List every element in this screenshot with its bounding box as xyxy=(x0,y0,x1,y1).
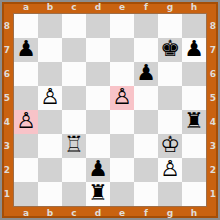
file-labels-top: abcdefgh xyxy=(14,0,206,14)
square-g3[interactable]: ♔ xyxy=(158,134,182,158)
piece-black-pawn[interactable]: ♟ xyxy=(184,38,204,60)
file-label-top-b: b xyxy=(38,0,62,14)
file-labels-bottom: abcdefgh xyxy=(14,206,206,220)
square-d7[interactable] xyxy=(86,38,110,62)
square-h3[interactable] xyxy=(182,134,206,158)
square-e6[interactable] xyxy=(110,62,134,86)
square-e7[interactable] xyxy=(110,38,134,62)
file-label-bottom-h: h xyxy=(182,206,206,220)
rank-label-right-3: 3 xyxy=(206,134,220,158)
square-e4[interactable] xyxy=(110,110,134,134)
square-f7[interactable] xyxy=(134,38,158,62)
square-c1[interactable] xyxy=(62,182,86,206)
rank-label-left-2: 2 xyxy=(0,158,14,182)
file-label-bottom-d: d xyxy=(86,206,110,220)
square-d2[interactable]: ♟ xyxy=(86,158,110,182)
square-c5[interactable] xyxy=(62,86,86,110)
piece-black-pawn[interactable]: ♟ xyxy=(16,38,36,60)
chess-board: ♟♚♟♟♙♙♙♜♖♔♟♙♜ xyxy=(14,14,206,206)
rank-label-right-5: 5 xyxy=(206,86,220,110)
square-h8[interactable] xyxy=(182,14,206,38)
rank-label-right-4: 4 xyxy=(206,110,220,134)
square-a3[interactable] xyxy=(14,134,38,158)
rank-label-left-1: 1 xyxy=(0,182,14,206)
square-c6[interactable] xyxy=(62,62,86,86)
square-e3[interactable] xyxy=(110,134,134,158)
piece-black-rook[interactable]: ♜ xyxy=(88,182,108,204)
piece-white-pawn[interactable]: ♙ xyxy=(112,86,132,108)
file-label-bottom-c: c xyxy=(62,206,86,220)
square-h7[interactable]: ♟ xyxy=(182,38,206,62)
square-f2[interactable] xyxy=(134,158,158,182)
rank-labels-left: 87654321 xyxy=(0,14,14,206)
piece-white-rook[interactable]: ♖ xyxy=(64,134,84,156)
rank-label-left-8: 8 xyxy=(0,14,14,38)
square-f8[interactable] xyxy=(134,14,158,38)
rank-label-right-7: 7 xyxy=(206,38,220,62)
piece-white-king[interactable]: ♔ xyxy=(160,134,180,156)
square-g2[interactable]: ♙ xyxy=(158,158,182,182)
piece-white-pawn[interactable]: ♙ xyxy=(16,110,36,132)
board-frame: abcdefgh abcdefgh 87654321 87654321 ♟♚♟♟… xyxy=(0,0,220,220)
piece-white-pawn[interactable]: ♙ xyxy=(160,158,180,180)
file-label-bottom-a: a xyxy=(14,206,38,220)
file-label-top-a: a xyxy=(14,0,38,14)
square-d5[interactable] xyxy=(86,86,110,110)
square-c8[interactable] xyxy=(62,14,86,38)
square-c3[interactable]: ♖ xyxy=(62,134,86,158)
rank-label-left-4: 4 xyxy=(0,110,14,134)
square-b6[interactable] xyxy=(38,62,62,86)
square-g5[interactable] xyxy=(158,86,182,110)
square-b5[interactable]: ♙ xyxy=(38,86,62,110)
rank-label-right-8: 8 xyxy=(206,14,220,38)
square-f3[interactable] xyxy=(134,134,158,158)
rank-label-right-6: 6 xyxy=(206,62,220,86)
piece-black-pawn[interactable]: ♟ xyxy=(136,62,156,84)
rank-label-right-1: 1 xyxy=(206,182,220,206)
rank-label-left-3: 3 xyxy=(0,134,14,158)
file-label-bottom-e: e xyxy=(110,206,134,220)
square-d1[interactable]: ♜ xyxy=(86,182,110,206)
square-d8[interactable] xyxy=(86,14,110,38)
file-label-top-f: f xyxy=(134,0,158,14)
file-label-bottom-g: g xyxy=(158,206,182,220)
square-a8[interactable] xyxy=(14,14,38,38)
rank-label-left-7: 7 xyxy=(0,38,14,62)
square-f5[interactable] xyxy=(134,86,158,110)
square-a1[interactable] xyxy=(14,182,38,206)
piece-white-pawn[interactable]: ♙ xyxy=(40,86,60,108)
square-h5[interactable] xyxy=(182,86,206,110)
square-c7[interactable] xyxy=(62,38,86,62)
rank-labels-right: 87654321 xyxy=(206,14,220,206)
square-g4[interactable] xyxy=(158,110,182,134)
square-e2[interactable] xyxy=(110,158,134,182)
square-e8[interactable] xyxy=(110,14,134,38)
piece-black-king[interactable]: ♚ xyxy=(160,38,180,60)
file-label-bottom-b: b xyxy=(38,206,62,220)
square-g6[interactable] xyxy=(158,62,182,86)
square-f1[interactable] xyxy=(134,182,158,206)
square-b2[interactable] xyxy=(38,158,62,182)
square-c4[interactable] xyxy=(62,110,86,134)
square-g8[interactable] xyxy=(158,14,182,38)
square-f4[interactable] xyxy=(134,110,158,134)
file-label-bottom-f: f xyxy=(134,206,158,220)
square-c2[interactable] xyxy=(62,158,86,182)
square-d3[interactable] xyxy=(86,134,110,158)
square-a7[interactable]: ♟ xyxy=(14,38,38,62)
rank-label-left-5: 5 xyxy=(0,86,14,110)
square-b1[interactable] xyxy=(38,182,62,206)
file-label-top-h: h xyxy=(182,0,206,14)
square-b8[interactable] xyxy=(38,14,62,38)
file-label-top-g: g xyxy=(158,0,182,14)
rank-label-right-2: 2 xyxy=(206,158,220,182)
square-e1[interactable] xyxy=(110,182,134,206)
square-b7[interactable] xyxy=(38,38,62,62)
square-e5[interactable]: ♙ xyxy=(110,86,134,110)
square-a6[interactable] xyxy=(14,62,38,86)
square-b4[interactable] xyxy=(38,110,62,134)
file-label-top-d: d xyxy=(86,0,110,14)
square-b3[interactable] xyxy=(38,134,62,158)
square-h1[interactable] xyxy=(182,182,206,206)
square-g1[interactable] xyxy=(158,182,182,206)
piece-black-pawn[interactable]: ♟ xyxy=(88,158,108,180)
square-h2[interactable] xyxy=(182,158,206,182)
square-d6[interactable] xyxy=(86,62,110,86)
file-label-top-c: c xyxy=(62,0,86,14)
square-h6[interactable] xyxy=(182,62,206,86)
rank-label-left-6: 6 xyxy=(0,62,14,86)
square-f6[interactable]: ♟ xyxy=(134,62,158,86)
square-h4[interactable]: ♜ xyxy=(182,110,206,134)
piece-black-rook[interactable]: ♜ xyxy=(184,110,204,132)
square-a2[interactable] xyxy=(14,158,38,182)
square-d4[interactable] xyxy=(86,110,110,134)
file-label-top-e: e xyxy=(110,0,134,14)
square-a4[interactable]: ♙ xyxy=(14,110,38,134)
square-g7[interactable]: ♚ xyxy=(158,38,182,62)
square-a5[interactable] xyxy=(14,86,38,110)
